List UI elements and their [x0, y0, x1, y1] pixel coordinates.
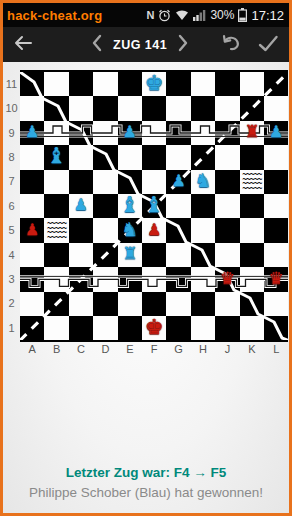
square-K2[interactable] — [240, 292, 264, 316]
square-B1[interactable] — [44, 316, 68, 340]
col-label-F: F — [146, 343, 162, 355]
square-H1[interactable] — [191, 316, 215, 340]
back-arrow-icon — [13, 34, 33, 55]
square-E8[interactable] — [118, 145, 142, 169]
square-J11[interactable] — [215, 72, 239, 96]
square-F4[interactable] — [142, 243, 166, 267]
square-D6[interactable] — [93, 194, 117, 218]
square-L11[interactable] — [264, 72, 288, 96]
square-D3[interactable] — [93, 267, 117, 291]
square-F7[interactable] — [142, 170, 166, 194]
row-label-5: 5 — [4, 224, 19, 236]
toolbar-actions — [220, 34, 279, 55]
square-K5[interactable] — [240, 218, 264, 242]
piece-blue-soldier[interactable]: ♟ — [20, 120, 44, 144]
piece-blue-king[interactable]: ♚ — [142, 71, 166, 95]
square-J9[interactable] — [215, 121, 239, 145]
col-label-G: G — [171, 343, 187, 355]
board-area: ~~~~~ ~~~~~ ~~~~~ ~~~~~~~~~~ ~~~~~ ~~~~~… — [3, 62, 289, 513]
piece-blue-soldier[interactable]: ♟ — [118, 120, 142, 144]
square-C3[interactable] — [69, 267, 93, 291]
square-G5[interactable] — [166, 218, 190, 242]
winner-text: Philippe Schober (Blau) hat gewonnen! — [3, 485, 289, 500]
square-D11[interactable] — [93, 72, 117, 96]
last-move-text: Letzter Zug war: F4 → F5 — [3, 465, 289, 480]
square-L8[interactable] — [264, 145, 288, 169]
piece-blue-missile[interactable]: ♝ — [142, 193, 166, 217]
piece-red-soldier[interactable]: ♟ — [20, 217, 44, 241]
piece-blue-soldier[interactable]: ♟ — [166, 169, 190, 193]
col-label-K: K — [244, 343, 260, 355]
confirm-button[interactable] — [257, 34, 279, 55]
square-L2[interactable] — [264, 292, 288, 316]
square-J1[interactable] — [215, 316, 239, 340]
square-D4[interactable] — [93, 243, 117, 267]
piece-blue-missile[interactable]: ♝ — [44, 144, 68, 168]
square-B6[interactable] — [44, 194, 68, 218]
square-K4[interactable] — [240, 243, 264, 267]
chevron-right-icon — [177, 34, 189, 55]
square-J5[interactable] — [215, 218, 239, 242]
col-label-A: A — [24, 343, 40, 355]
square-A4[interactable] — [20, 243, 44, 267]
square-H9[interactable] — [191, 121, 215, 145]
square-C8[interactable] — [69, 145, 93, 169]
square-K6[interactable] — [240, 194, 264, 218]
square-D9[interactable] — [93, 121, 117, 145]
square-F8[interactable] — [142, 145, 166, 169]
square-L4[interactable] — [264, 243, 288, 267]
square-F2[interactable] — [142, 292, 166, 316]
board: ~~~~~ ~~~~~ ~~~~~ ~~~~~~~~~~ ~~~~~ ~~~~~… — [20, 70, 288, 342]
row-label-6: 6 — [4, 200, 19, 212]
square-K7[interactable]: ~~~~~ ~~~~~ ~~~~~ ~~~~~ — [240, 170, 264, 194]
battery-percent: 30% — [210, 8, 234, 22]
piece-blue-missile[interactable]: ♝ — [118, 193, 142, 217]
square-K10[interactable] — [240, 96, 264, 120]
app-screen: hack-cheat.org N 30% 17:12 — [0, 0, 292, 516]
square-C9[interactable] — [69, 121, 93, 145]
col-label-E: E — [122, 343, 138, 355]
square-G6[interactable] — [166, 194, 190, 218]
nfc-icon: N — [146, 9, 154, 21]
square-H4[interactable] — [191, 243, 215, 267]
square-A2[interactable] — [20, 292, 44, 316]
square-G10[interactable] — [166, 96, 190, 120]
undo-button[interactable] — [220, 34, 241, 55]
square-J8[interactable] — [215, 145, 239, 169]
square-K11[interactable] — [240, 72, 264, 96]
square-C11[interactable] — [69, 72, 93, 96]
water-icon: ~~~~~ ~~~~~ ~~~~~ ~~~~~ — [44, 218, 68, 242]
square-D5[interactable] — [93, 218, 117, 242]
square-G2[interactable] — [166, 292, 190, 316]
square-G3[interactable] — [166, 267, 190, 291]
row-label-9: 9 — [4, 127, 19, 139]
square-E1[interactable] — [118, 316, 142, 340]
square-J4[interactable] — [215, 243, 239, 267]
move-navigation: ZUG 141 — [91, 34, 189, 55]
col-label-L: L — [268, 343, 284, 355]
square-J6[interactable] — [215, 194, 239, 218]
square-A10[interactable] — [20, 96, 44, 120]
square-B11[interactable] — [44, 72, 68, 96]
prev-move-button[interactable] — [91, 34, 103, 55]
row-label-2: 2 — [4, 297, 19, 309]
col-label-D: D — [97, 343, 113, 355]
undo-arrow-icon — [220, 34, 241, 55]
toolbar: ZUG 141 — [3, 27, 289, 62]
square-H8[interactable] — [191, 145, 215, 169]
square-F9[interactable] — [142, 121, 166, 145]
square-K1[interactable] — [240, 316, 264, 340]
square-D1[interactable] — [93, 316, 117, 340]
piece-red-urn[interactable]: ♛ — [215, 266, 239, 290]
square-H6[interactable] — [191, 194, 215, 218]
row-label-7: 7 — [4, 175, 19, 187]
col-label-H: H — [195, 343, 211, 355]
piece-blue-soldier[interactable]: ♟ — [264, 120, 288, 144]
square-E10[interactable] — [118, 96, 142, 120]
row-label-4: 4 — [4, 249, 19, 261]
square-L10[interactable] — [264, 96, 288, 120]
back-button[interactable] — [13, 34, 33, 55]
square-C2[interactable] — [69, 292, 93, 316]
square-L1[interactable] — [264, 316, 288, 340]
square-E7[interactable] — [118, 170, 142, 194]
battery-icon — [238, 8, 247, 22]
piece-blue-tank[interactable]: ♞ — [191, 169, 215, 193]
col-label-B: B — [49, 343, 65, 355]
square-G4[interactable] — [166, 243, 190, 267]
square-H11[interactable] — [191, 72, 215, 96]
square-L6[interactable] — [264, 194, 288, 218]
alarm-icon — [158, 9, 171, 22]
square-G9[interactable] — [166, 121, 190, 145]
square-A8[interactable] — [20, 145, 44, 169]
square-D10[interactable] — [93, 96, 117, 120]
square-A7[interactable] — [20, 170, 44, 194]
row-label-10: 10 — [4, 102, 19, 114]
watermark-text: hack-cheat.org — [7, 8, 102, 23]
square-C10[interactable] — [69, 96, 93, 120]
square-A1[interactable] — [20, 316, 44, 340]
water-icon: ~~~~~ ~~~~~ ~~~~~ ~~~~~ — [240, 170, 264, 194]
square-L5[interactable] — [264, 218, 288, 242]
status-time: 17:12 — [251, 8, 284, 23]
square-K8[interactable] — [240, 145, 264, 169]
square-B3[interactable] — [44, 267, 68, 291]
square-B9[interactable] — [44, 121, 68, 145]
status-bar: hack-cheat.org N 30% 17:12 — [3, 3, 289, 27]
square-D8[interactable] — [93, 145, 117, 169]
square-L7[interactable] — [264, 170, 288, 194]
square-C7[interactable] — [69, 170, 93, 194]
square-H2[interactable] — [191, 292, 215, 316]
square-F3[interactable] — [142, 267, 166, 291]
signal-icon — [193, 9, 206, 21]
col-label-C: C — [73, 343, 89, 355]
square-D7[interactable] — [93, 170, 117, 194]
wifi-icon — [175, 9, 189, 21]
square-G1[interactable] — [166, 316, 190, 340]
square-B7[interactable] — [44, 170, 68, 194]
checkmark-icon — [257, 34, 279, 55]
square-H3[interactable] — [191, 267, 215, 291]
row-label-3: 3 — [4, 273, 19, 285]
square-B10[interactable] — [44, 96, 68, 120]
piece-red-soldier[interactable]: ♟ — [142, 217, 166, 241]
square-E2[interactable] — [118, 292, 142, 316]
next-move-button[interactable] — [177, 34, 189, 55]
piece-blue-tank[interactable]: ♞ — [118, 217, 142, 241]
piece-red-king[interactable]: ♚ — [142, 315, 166, 339]
square-J2[interactable] — [215, 292, 239, 316]
square-C4[interactable] — [69, 243, 93, 267]
square-K3[interactable] — [240, 267, 264, 291]
square-C5[interactable] — [69, 218, 93, 242]
piece-red-tower[interactable]: ♜ — [240, 120, 264, 144]
square-B4[interactable] — [44, 243, 68, 267]
square-F10[interactable] — [142, 96, 166, 120]
square-H5[interactable] — [191, 218, 215, 242]
square-J7[interactable] — [215, 170, 239, 194]
row-label-8: 8 — [4, 151, 19, 163]
piece-red-urn[interactable]: ♛ — [264, 266, 288, 290]
square-C1[interactable] — [69, 316, 93, 340]
square-D2[interactable] — [93, 292, 117, 316]
square-J10[interactable] — [215, 96, 239, 120]
square-A11[interactable] — [20, 72, 44, 96]
square-A3[interactable] — [20, 267, 44, 291]
square-B5[interactable]: ~~~~~ ~~~~~ ~~~~~ ~~~~~ — [44, 218, 68, 242]
row-label-11: 11 — [4, 78, 19, 90]
square-H10[interactable] — [191, 96, 215, 120]
piece-blue-soldier[interactable]: ♟ — [69, 193, 93, 217]
square-B2[interactable] — [44, 292, 68, 316]
col-label-J: J — [219, 343, 235, 355]
square-G8[interactable] — [166, 145, 190, 169]
square-G11[interactable] — [166, 72, 190, 96]
square-E3[interactable] — [118, 267, 142, 291]
move-counter: ZUG 141 — [113, 38, 167, 52]
square-E11[interactable] — [118, 72, 142, 96]
row-label-1: 1 — [4, 322, 19, 334]
chevron-left-icon — [91, 34, 103, 55]
square-A6[interactable] — [20, 194, 44, 218]
status-icons: N 30% 17:12 — [146, 8, 284, 23]
piece-blue-tower[interactable]: ♜ — [118, 242, 142, 266]
